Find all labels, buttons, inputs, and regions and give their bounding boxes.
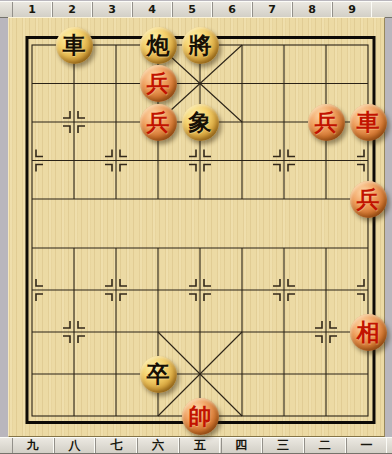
- piece-black-soldier[interactable]: 卒: [140, 356, 177, 393]
- piece-black-cannon[interactable]: 炮: [140, 27, 177, 64]
- piece-red-chariot[interactable]: 車: [350, 104, 387, 141]
- piece-black-general[interactable]: 將: [182, 27, 219, 64]
- piece-red-soldier[interactable]: 兵: [308, 104, 345, 141]
- piece-red-elephant[interactable]: 相: [350, 314, 387, 351]
- board-grid[interactable]: 車炮將兵兵象兵車兵相卒帥: [11, 26, 389, 438]
- piece-black-elephant[interactable]: 象: [182, 104, 219, 141]
- xiangqi-app-window: 123456789 車炮將兵兵象兵車兵相卒帥 九八: [0, 0, 392, 454]
- piece-red-soldier[interactable]: 兵: [140, 104, 177, 141]
- piece-black-chariot[interactable]: 車: [56, 27, 93, 64]
- piece-red-soldier[interactable]: 兵: [140, 65, 177, 102]
- piece-red-general[interactable]: 帥: [182, 398, 219, 435]
- piece-red-soldier[interactable]: 兵: [350, 181, 387, 218]
